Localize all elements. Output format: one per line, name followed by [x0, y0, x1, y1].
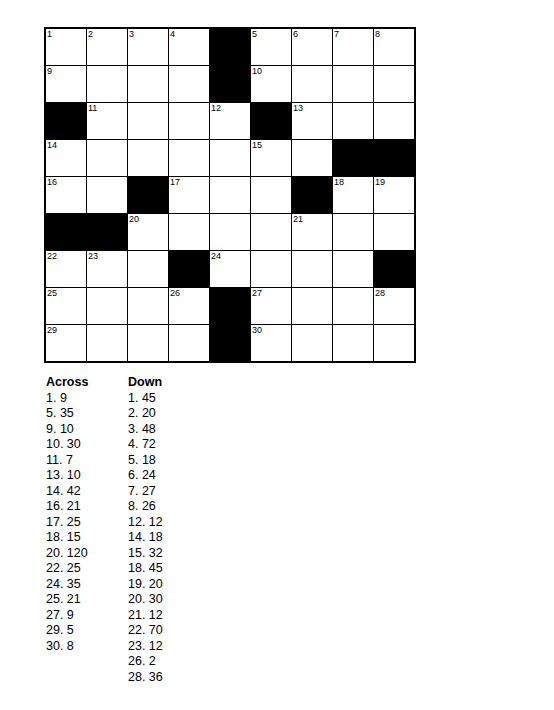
- clue-item: 18. 45: [128, 561, 163, 577]
- block-cell: [210, 288, 250, 324]
- clue-item: 3. 48: [128, 422, 163, 438]
- cell-number: 1: [47, 29, 52, 39]
- grid-cell[interactable]: [333, 103, 373, 139]
- block-cell: [210, 66, 250, 102]
- across-header: Across: [46, 375, 128, 391]
- grid-cell[interactable]: 27: [251, 288, 291, 324]
- clue-item: 9. 10: [46, 422, 128, 438]
- clue-item: 1. 9: [46, 391, 128, 407]
- grid-cell[interactable]: [128, 140, 168, 176]
- down-items: 1. 452. 203. 484. 725. 186. 247. 278. 26…: [128, 391, 163, 686]
- cell-number: 25: [47, 288, 57, 298]
- block-cell: [210, 325, 250, 361]
- grid-cell[interactable]: 7: [333, 29, 373, 65]
- grid-cell[interactable]: 12: [210, 103, 250, 139]
- grid-cell[interactable]: 8: [374, 29, 414, 65]
- clue-item: 12. 12: [128, 515, 163, 531]
- cell-number: 5: [252, 29, 257, 39]
- cell-number: 2: [88, 29, 93, 39]
- grid-cell[interactable]: [333, 214, 373, 250]
- grid-cell[interactable]: [169, 66, 209, 102]
- grid-cell[interactable]: 26: [169, 288, 209, 324]
- down-clue-list: Down 1. 452. 203. 484. 725. 186. 247. 27…: [128, 375, 163, 685]
- clue-item: 13. 10: [46, 468, 128, 484]
- block-cell: [374, 251, 414, 287]
- grid-cell[interactable]: [374, 66, 414, 102]
- grid-cell[interactable]: [292, 140, 332, 176]
- grid-cell[interactable]: [292, 288, 332, 324]
- clue-item: 14. 42: [46, 484, 128, 500]
- clue-item: 14. 18: [128, 530, 163, 546]
- clue-item: 2. 20: [128, 406, 163, 422]
- clue-item: 16. 21: [46, 499, 128, 515]
- cell-number: 19: [375, 177, 385, 187]
- cell-number: 26: [170, 288, 180, 298]
- across-clue-list: Across 1. 95. 359. 1010. 3011. 713. 1014…: [46, 375, 128, 685]
- cell-number: 11: [88, 103, 97, 113]
- grid-cell[interactable]: 28: [374, 288, 414, 324]
- cell-number: 30: [252, 325, 262, 335]
- clue-item: 28. 36: [128, 670, 163, 686]
- clue-item: 29. 5: [46, 623, 128, 639]
- grid-cell[interactable]: 22: [46, 251, 86, 287]
- cell-number: 16: [47, 177, 57, 187]
- grid-cell[interactable]: 24: [210, 251, 250, 287]
- clue-item: 11. 7: [46, 453, 128, 469]
- cell-number: 28: [375, 288, 385, 298]
- cell-number: 15: [252, 140, 262, 150]
- grid-cell[interactable]: [251, 177, 291, 213]
- grid-cell[interactable]: 18: [333, 177, 373, 213]
- cell-number: 8: [375, 29, 380, 39]
- grid-cell[interactable]: [333, 325, 373, 361]
- grid-cell[interactable]: [169, 214, 209, 250]
- cell-number: 13: [293, 103, 303, 113]
- grid-cell[interactable]: [210, 214, 250, 250]
- clue-item: 20. 120: [46, 546, 128, 562]
- block-cell: [210, 29, 250, 65]
- grid-cell[interactable]: [128, 66, 168, 102]
- puzzle-worksheet: 1234567891011121314151617181920212223242…: [0, 0, 554, 710]
- block-cell: [292, 177, 332, 213]
- block-cell: [46, 103, 86, 139]
- cell-number: 20: [129, 214, 139, 224]
- grid-cell[interactable]: 13: [292, 103, 332, 139]
- cell-number: 7: [334, 29, 339, 39]
- cell-number: 12: [211, 103, 221, 113]
- grid-cell[interactable]: [128, 288, 168, 324]
- clue-item: 24. 35: [46, 577, 128, 593]
- cell-number: 27: [252, 288, 262, 298]
- grid-cell[interactable]: 2: [87, 29, 127, 65]
- cell-number: 3: [129, 29, 134, 39]
- cell-number: 6: [293, 29, 298, 39]
- clue-item: 8. 26: [128, 499, 163, 515]
- crossword-grid: 1234567891011121314151617181920212223242…: [44, 27, 416, 363]
- grid-cell[interactable]: [210, 140, 250, 176]
- block-cell: [46, 214, 86, 250]
- cell-number: 4: [170, 29, 175, 39]
- grid-cell[interactable]: 10: [251, 66, 291, 102]
- clue-item: 21. 12: [128, 608, 163, 624]
- clue-item: 5. 18: [128, 453, 163, 469]
- grid-cell[interactable]: 20: [128, 214, 168, 250]
- block-cell: [374, 140, 414, 176]
- grid-cell[interactable]: 15: [251, 140, 291, 176]
- grid-cell[interactable]: [169, 140, 209, 176]
- grid-cell[interactable]: [333, 66, 373, 102]
- grid-cell[interactable]: [87, 140, 127, 176]
- grid-cell[interactable]: 16: [46, 177, 86, 213]
- clue-item: 22. 70: [128, 623, 163, 639]
- block-cell: [169, 251, 209, 287]
- clues-section: Across 1. 95. 359. 1010. 3011. 713. 1014…: [46, 375, 163, 685]
- grid-cell[interactable]: 11: [87, 103, 127, 139]
- across-items: 1. 95. 359. 1010. 3011. 713. 1014. 4216.…: [46, 391, 128, 655]
- grid-cell[interactable]: 6: [292, 29, 332, 65]
- clue-item: 7. 27: [128, 484, 163, 500]
- clue-item: 4. 72: [128, 437, 163, 453]
- cell-number: 22: [47, 251, 57, 261]
- grid-cell[interactable]: 29: [46, 325, 86, 361]
- grid-cell[interactable]: [169, 325, 209, 361]
- cell-number: 10: [252, 66, 262, 76]
- grid-cell[interactable]: [333, 251, 373, 287]
- cell-number: 23: [88, 251, 98, 261]
- grid-cell[interactable]: 14: [46, 140, 86, 176]
- clue-item: 19. 20: [128, 577, 163, 593]
- clue-item: 30. 8: [46, 639, 128, 655]
- grid-cell[interactable]: 25: [46, 288, 86, 324]
- grid-cell[interactable]: 17: [169, 177, 209, 213]
- grid-cell[interactable]: [210, 177, 250, 213]
- grid-cell[interactable]: [87, 177, 127, 213]
- grid-cell[interactable]: 1: [46, 29, 86, 65]
- block-cell: [87, 214, 127, 250]
- grid-cell[interactable]: [292, 66, 332, 102]
- grid-cell[interactable]: [374, 214, 414, 250]
- grid-cell[interactable]: [87, 66, 127, 102]
- grid-cell[interactable]: 5: [251, 29, 291, 65]
- clue-item: 20. 30: [128, 592, 163, 608]
- cell-number: 24: [211, 251, 221, 261]
- grid-cell[interactable]: [87, 325, 127, 361]
- clue-item: 10. 30: [46, 437, 128, 453]
- clue-item: 1. 45: [128, 391, 163, 407]
- cell-number: 18: [334, 177, 344, 187]
- grid-cell[interactable]: [128, 103, 168, 139]
- grid-cell[interactable]: [251, 214, 291, 250]
- cell-number: 29: [47, 325, 57, 335]
- grid-cell[interactable]: 19: [374, 177, 414, 213]
- grid-cell[interactable]: [87, 288, 127, 324]
- grid-cell[interactable]: 30: [251, 325, 291, 361]
- cell-number: 9: [47, 66, 52, 76]
- clue-item: 25. 21: [46, 592, 128, 608]
- cell-number: 21: [293, 214, 303, 224]
- clue-item: 6. 24: [128, 468, 163, 484]
- grid-cell[interactable]: [251, 251, 291, 287]
- grid-cell[interactable]: [169, 103, 209, 139]
- cell-number: 17: [170, 177, 180, 187]
- grid-cell[interactable]: [128, 325, 168, 361]
- grid-cell[interactable]: 9: [46, 66, 86, 102]
- grid-cell[interactable]: 23: [87, 251, 127, 287]
- clue-item: 15. 32: [128, 546, 163, 562]
- clue-item: 22. 25: [46, 561, 128, 577]
- grid-cell[interactable]: [292, 325, 332, 361]
- block-cell: [128, 177, 168, 213]
- down-header: Down: [128, 375, 163, 391]
- grid-cell[interactable]: [374, 103, 414, 139]
- grid-cell[interactable]: [374, 325, 414, 361]
- block-cell: [251, 103, 291, 139]
- grid-cell[interactable]: [128, 251, 168, 287]
- clue-item: 18. 15: [46, 530, 128, 546]
- grid-cell[interactable]: 3: [128, 29, 168, 65]
- grid-cell[interactable]: 4: [169, 29, 209, 65]
- cell-number: 14: [47, 140, 57, 150]
- clue-item: 23. 12: [128, 639, 163, 655]
- clue-item: 17. 25: [46, 515, 128, 531]
- grid-cell[interactable]: [333, 288, 373, 324]
- grid-cell[interactable]: 21: [292, 214, 332, 250]
- block-cell: [333, 140, 373, 176]
- clue-item: 26. 2: [128, 654, 163, 670]
- grid-cell[interactable]: [292, 251, 332, 287]
- clue-item: 5. 35: [46, 406, 128, 422]
- clue-item: 27. 9: [46, 608, 128, 624]
